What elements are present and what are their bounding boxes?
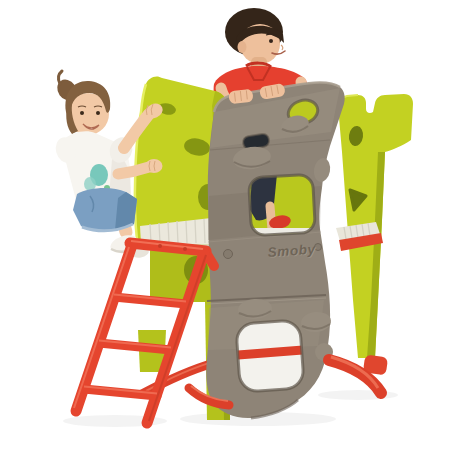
panel-hole-mid — [246, 172, 320, 240]
boy-eye — [269, 39, 273, 43]
ladder-peg — [158, 244, 162, 248]
girl-eye — [80, 111, 84, 115]
playset-scene: Smoby Smoby — [0, 0, 450, 450]
girl-arm-lower — [118, 167, 149, 174]
panel-cap — [224, 250, 233, 259]
girl-eye — [96, 111, 100, 115]
view-base-rail — [238, 350, 304, 355]
panel-hole-bottom — [234, 318, 308, 396]
boy-ear — [238, 41, 247, 53]
product-photo: Smoby Smoby — [0, 0, 450, 450]
ladder-peg — [183, 247, 187, 251]
